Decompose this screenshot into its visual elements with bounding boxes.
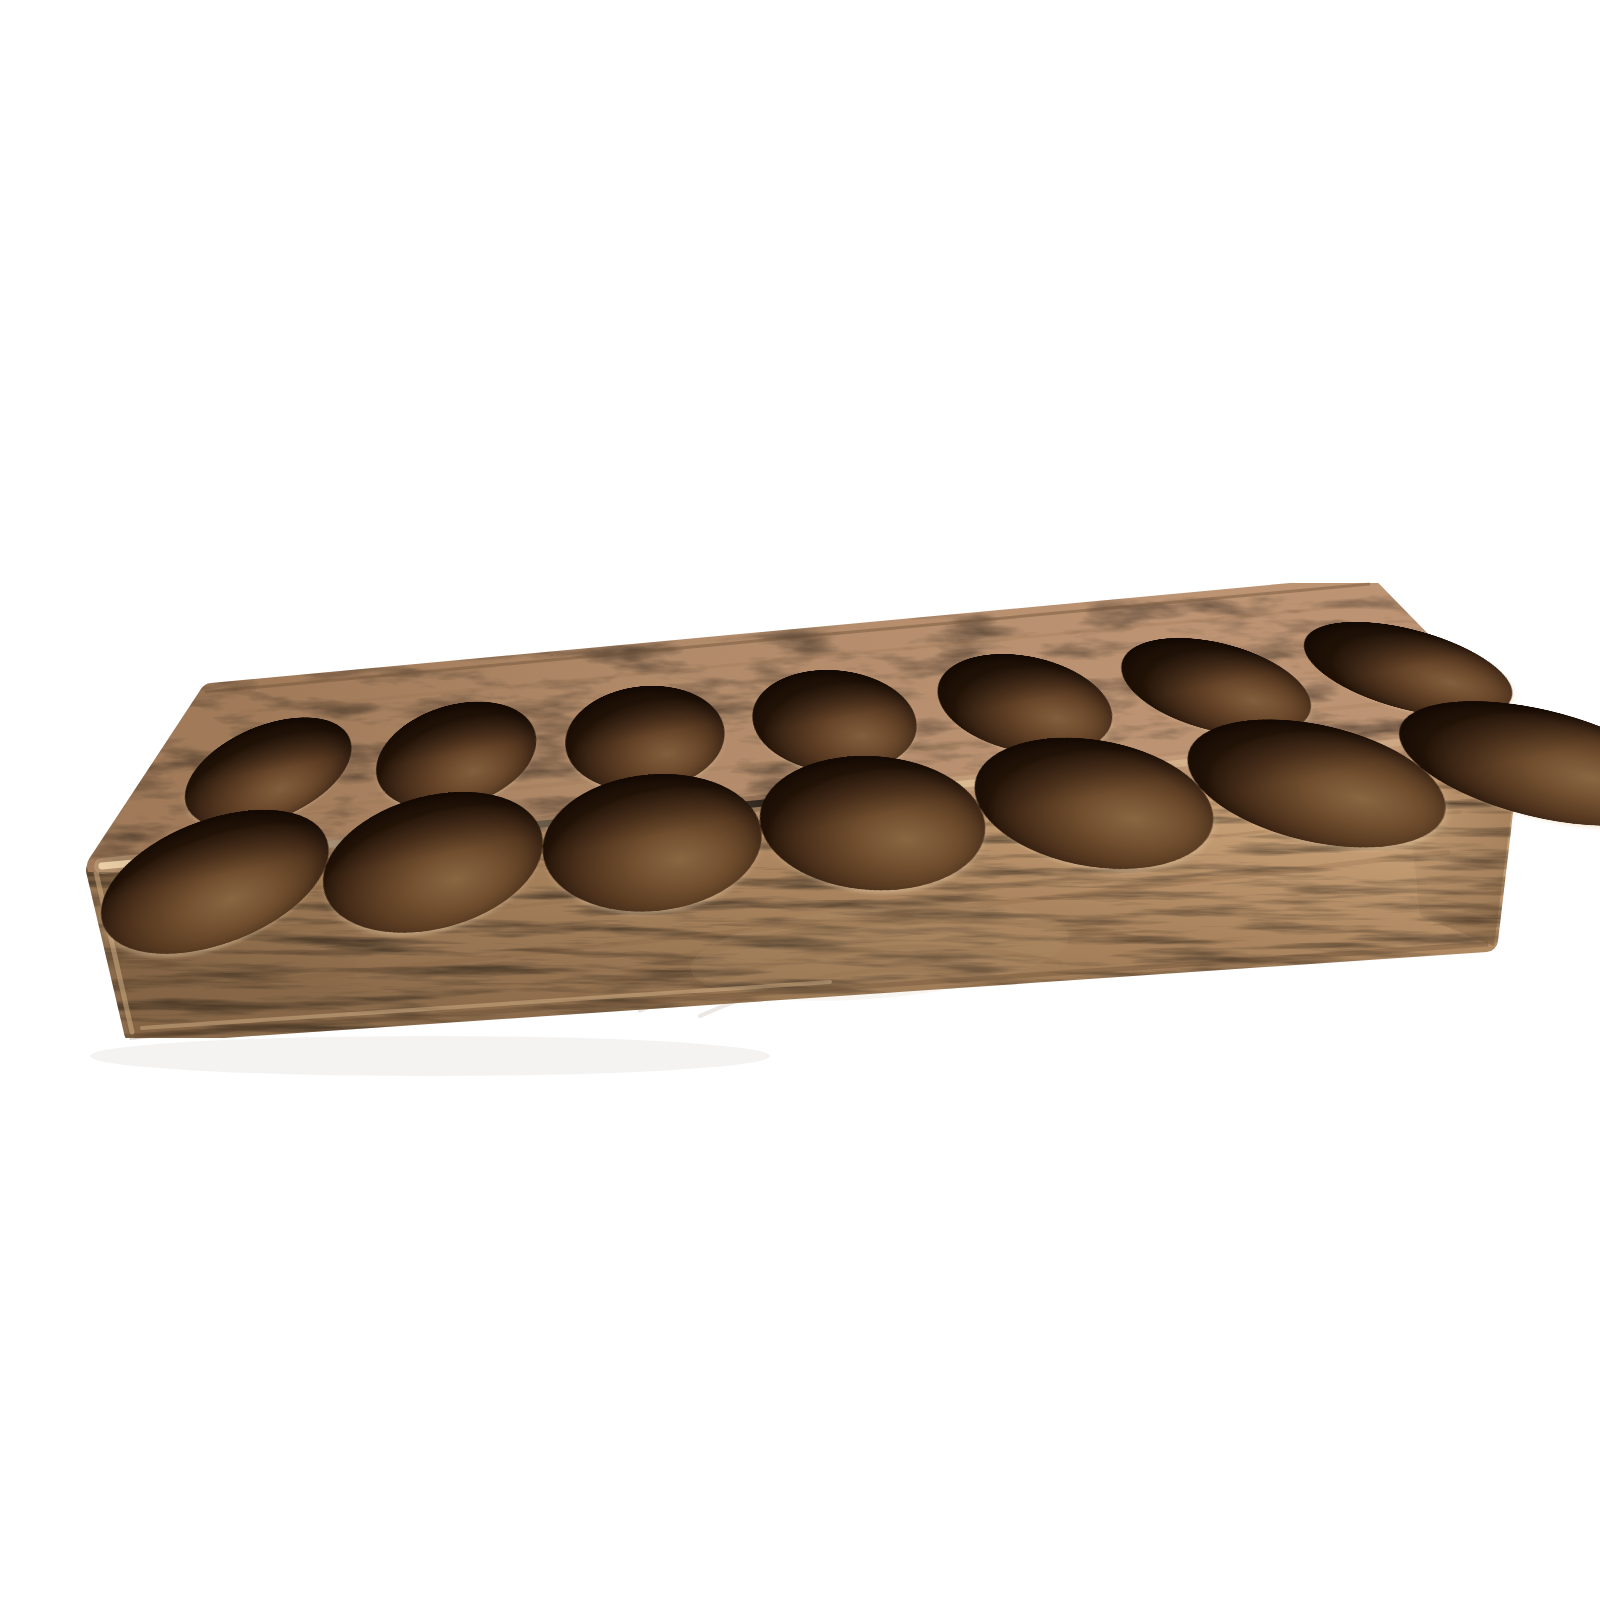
cell-a3 [536, 771, 778, 930]
board-shadow [90, 1036, 770, 1076]
pit-a3[interactable] [537, 766, 777, 922]
cell-b3 [547, 671, 749, 789]
product-photo-stage [0, 0, 1600, 1600]
